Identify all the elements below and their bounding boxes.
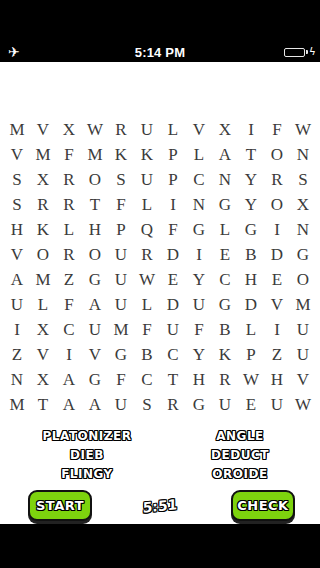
grid-cell[interactable]: W — [82, 117, 108, 142]
grid-cell[interactable]: A — [56, 367, 82, 392]
grid-cell[interactable]: V — [4, 242, 30, 267]
grid-cell[interactable]: G — [212, 292, 238, 317]
status-bar-time: 5:14 PM — [0, 45, 320, 60]
grid-cell[interactable]: V — [30, 117, 56, 142]
grid-cell[interactable]: Y — [238, 192, 264, 217]
grid-cell[interactable]: G — [82, 367, 108, 392]
grid-cell[interactable]: Y — [186, 342, 212, 367]
grid-cell[interactable]: H — [238, 267, 264, 292]
grid-cell[interactable]: M — [4, 392, 30, 417]
grid-cell[interactable]: I — [186, 242, 212, 267]
grid-cell[interactable]: U — [4, 292, 30, 317]
grid-cell[interactable]: S — [108, 167, 134, 192]
grid-cell[interactable]: G — [238, 217, 264, 242]
grid-cell[interactable]: F — [134, 317, 160, 342]
grid-cell[interactable]: L — [238, 317, 264, 342]
grid-cell[interactable]: A — [82, 292, 108, 317]
grid-cell[interactable]: L — [160, 117, 186, 142]
grid-cell[interactable]: M — [290, 292, 316, 317]
grid-cell[interactable]: A — [212, 142, 238, 167]
grid-cell[interactable]: O — [264, 192, 290, 217]
grid-cell[interactable]: C — [186, 167, 212, 192]
grid-cell[interactable]: R — [134, 242, 160, 267]
grid-cell[interactable]: G — [186, 392, 212, 417]
charging-bolt-icon: ϟ — [310, 47, 315, 57]
grid-cell[interactable]: U — [134, 167, 160, 192]
grid-cell[interactable]: N — [186, 192, 212, 217]
grid-cell[interactable]: R — [212, 367, 238, 392]
grid-cell[interactable]: V — [264, 292, 290, 317]
grid-cell[interactable]: O — [30, 242, 56, 267]
grid-cell[interactable]: H — [264, 367, 290, 392]
grid-cell[interactable]: V — [186, 117, 212, 142]
grid-cell[interactable]: Z — [4, 342, 30, 367]
grid-cell[interactable]: L — [212, 217, 238, 242]
grid-cell[interactable]: R — [56, 242, 82, 267]
grid-cell[interactable]: I — [264, 317, 290, 342]
grid-cell[interactable]: M — [30, 267, 56, 292]
grid-cell[interactable]: N — [290, 142, 316, 167]
grid-cell[interactable]: Q — [134, 217, 160, 242]
game-content: MVXWRULVXIFWVMFMKKPLATONSXROSUPCNYRSSRRT… — [0, 62, 320, 524]
airplane-mode-icon: ✈ — [8, 45, 20, 59]
grid-cell[interactable]: L — [186, 142, 212, 167]
grid-cell[interactable]: K — [212, 342, 238, 367]
grid-cell[interactable]: V — [4, 142, 30, 167]
grid-cell[interactable]: G — [186, 217, 212, 242]
word-list: PLATONIZERDIEBFLINGY ANGLEDEDUCTOROIDE — [0, 429, 320, 486]
grid-cell[interactable]: U — [212, 392, 238, 417]
grid-cell[interactable]: U — [186, 292, 212, 317]
grid-cell[interactable]: L — [30, 292, 56, 317]
grid-cell[interactable]: Z — [56, 267, 82, 292]
grid-cell[interactable]: C — [212, 267, 238, 292]
grid-cell[interactable]: W — [290, 117, 316, 142]
grid-cell[interactable]: M — [108, 317, 134, 342]
grid-cell[interactable]: L — [134, 292, 160, 317]
grid-cell[interactable]: U — [82, 317, 108, 342]
grid-cell[interactable]: G — [108, 342, 134, 367]
grid-cell[interactable]: X — [30, 167, 56, 192]
grid-cell[interactable]: F — [56, 142, 82, 167]
grid-cell[interactable]: W — [290, 392, 316, 417]
status-bar: ✈ 5:14 PM ϟ — [0, 0, 320, 62]
grid-cell[interactable]: R — [56, 167, 82, 192]
grid-cell[interactable]: U — [108, 392, 134, 417]
grid-cell[interactable]: G — [82, 267, 108, 292]
grid-cell[interactable]: D — [238, 292, 264, 317]
grid-cell[interactable]: U — [290, 342, 316, 367]
grid-cell[interactable]: M — [82, 142, 108, 167]
grid-cell[interactable]: L — [56, 217, 82, 242]
grid-cell[interactable]: C — [134, 367, 160, 392]
grid-cell[interactable]: Y — [186, 267, 212, 292]
grid-cell[interactable]: U — [108, 242, 134, 267]
grid-cell[interactable]: K — [134, 142, 160, 167]
grid-cell[interactable]: O — [82, 167, 108, 192]
grid-cell[interactable]: D — [160, 292, 186, 317]
app-screen: ✈ 5:14 PM ϟ MVXWRULVXIFWVMFMKKPLATONSXRO… — [0, 0, 320, 568]
grid-cell[interactable]: A — [82, 392, 108, 417]
start-button[interactable]: START — [28, 490, 92, 521]
grid-cell[interactable]: M — [4, 117, 30, 142]
grid-cell[interactable]: X — [290, 192, 316, 217]
grid-cell[interactable]: N — [290, 217, 316, 242]
grid-cell[interactable]: W — [134, 267, 160, 292]
grid-cell[interactable]: E — [160, 267, 186, 292]
grid-cell[interactable]: K — [30, 217, 56, 242]
grid-cell[interactable]: F — [186, 317, 212, 342]
grid-cell[interactable]: R — [56, 192, 82, 217]
grid-cell[interactable]: K — [108, 142, 134, 167]
grid-cell[interactable]: U — [290, 317, 316, 342]
grid-cell[interactable]: F — [56, 292, 82, 317]
grid-cell[interactable]: A — [56, 392, 82, 417]
grid-cell[interactable]: E — [264, 267, 290, 292]
grid-cell[interactable]: R — [264, 167, 290, 192]
grid-cell[interactable]: T — [238, 142, 264, 167]
grid-cell[interactable]: F — [160, 217, 186, 242]
word-list-item: PLATONIZER — [0, 429, 174, 448]
grid-cell[interactable]: I — [238, 117, 264, 142]
word-list-item: DEDUCT — [174, 448, 306, 467]
word-list-item: FLINGY — [0, 467, 174, 486]
grid-cell[interactable]: U — [134, 117, 160, 142]
grid-cell[interactable]: C — [56, 317, 82, 342]
grid-cell[interactable]: O — [82, 242, 108, 267]
letter-grid[interactable]: MVXWRULVXIFWVMFMKKPLATONSXROSUPCNYRSSRRT… — [0, 117, 320, 417]
controls-bar: START 5:51 CHECK — [0, 490, 320, 521]
grid-cell[interactable]: G — [212, 192, 238, 217]
grid-cell[interactable]: T — [160, 367, 186, 392]
grid-cell[interactable]: X — [30, 367, 56, 392]
battery-icon — [284, 48, 305, 57]
grid-cell[interactable]: D — [160, 242, 186, 267]
grid-cell[interactable]: M — [30, 142, 56, 167]
grid-cell[interactable]: G — [290, 242, 316, 267]
grid-cell[interactable]: V — [82, 342, 108, 367]
grid-cell[interactable]: P — [238, 342, 264, 367]
grid-cell[interactable]: W — [238, 367, 264, 392]
grid-cell[interactable]: S — [4, 167, 30, 192]
grid-cell[interactable]: P — [160, 167, 186, 192]
grid-cell[interactable]: S — [290, 167, 316, 192]
grid-cell[interactable]: C — [160, 342, 186, 367]
grid-cell[interactable]: E — [212, 242, 238, 267]
grid-cell[interactable]: X — [30, 317, 56, 342]
grid-cell[interactable]: U — [108, 292, 134, 317]
grid-cell[interactable]: B — [134, 342, 160, 367]
check-button[interactable]: CHECK — [231, 490, 295, 521]
battery-tip — [306, 50, 308, 54]
grid-cell[interactable]: F — [264, 117, 290, 142]
battery-indicator: ϟ — [284, 47, 315, 57]
grid-cell[interactable]: I — [4, 317, 30, 342]
word-list-left-column: PLATONIZERDIEBFLINGY — [0, 429, 174, 486]
grid-cell[interactable]: N — [4, 367, 30, 392]
grid-cell[interactable]: S — [134, 392, 160, 417]
grid-cell[interactable]: F — [108, 192, 134, 217]
grid-cell[interactable]: X — [56, 117, 82, 142]
grid-cell[interactable]: N — [212, 167, 238, 192]
grid-cell[interactable]: R — [30, 192, 56, 217]
grid-cell[interactable]: Y — [238, 167, 264, 192]
grid-cell[interactable]: R — [108, 117, 134, 142]
grid-cell[interactable]: H — [186, 367, 212, 392]
grid-cell[interactable]: U — [108, 267, 134, 292]
grid-cell[interactable]: I — [160, 192, 186, 217]
bottom-letterbox — [0, 524, 320, 568]
grid-cell[interactable]: H — [82, 217, 108, 242]
grid-cell[interactable]: P — [160, 142, 186, 167]
word-list-item: ANGLE — [174, 429, 306, 448]
grid-cell[interactable]: V — [290, 367, 316, 392]
grid-cell[interactable]: E — [238, 392, 264, 417]
grid-cell[interactable]: P — [108, 217, 134, 242]
grid-cell[interactable]: A — [4, 267, 30, 292]
grid-cell[interactable]: D — [264, 242, 290, 267]
grid-cell[interactable]: O — [290, 267, 316, 292]
grid-cell[interactable]: L — [134, 192, 160, 217]
grid-cell[interactable]: R — [160, 392, 186, 417]
word-list-item: DIEB — [0, 448, 174, 467]
grid-cell[interactable]: Z — [264, 342, 290, 367]
word-list-item: OROIDE — [174, 467, 306, 486]
grid-cell[interactable]: X — [212, 117, 238, 142]
grid-cell[interactable]: B — [212, 317, 238, 342]
word-list-right-column: ANGLEDEDUCTOROIDE — [174, 429, 306, 486]
grid-cell[interactable]: H — [4, 217, 30, 242]
grid-cell[interactable]: I — [264, 217, 290, 242]
status-bar-inner: ✈ 5:14 PM ϟ — [0, 42, 320, 62]
grid-cell[interactable]: V — [30, 342, 56, 367]
grid-cell[interactable]: O — [264, 142, 290, 167]
grid-cell[interactable]: T — [30, 392, 56, 417]
grid-cell[interactable]: T — [82, 192, 108, 217]
grid-cell[interactable]: S — [4, 192, 30, 217]
grid-cell[interactable]: U — [264, 392, 290, 417]
grid-cell[interactable]: U — [160, 317, 186, 342]
grid-cell[interactable]: I — [56, 342, 82, 367]
grid-cell[interactable]: F — [108, 367, 134, 392]
grid-cell[interactable]: B — [238, 242, 264, 267]
